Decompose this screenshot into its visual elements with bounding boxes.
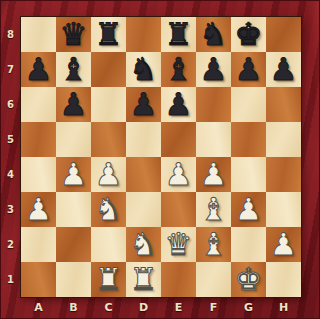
square-a1[interactable] [21, 262, 56, 297]
square-a7[interactable]: ♟ [21, 52, 56, 87]
square-d6[interactable]: ♟ [126, 87, 161, 122]
piece-white-pawn[interactable]: ♟ [231, 192, 266, 227]
square-c4[interactable]: ♟ [91, 157, 126, 192]
square-f8[interactable]: ♞ [196, 17, 231, 52]
square-h1[interactable] [266, 262, 301, 297]
square-a3[interactable]: ♟ [21, 192, 56, 227]
square-a2[interactable] [21, 227, 56, 262]
square-h8[interactable] [266, 17, 301, 52]
rank-label-5: 5 [0, 122, 21, 157]
file-label-a: A [21, 298, 56, 319]
square-c3[interactable]: ♞ [91, 192, 126, 227]
rank-labels: 87654321 [0, 17, 21, 297]
piece-black-bishop[interactable]: ♝ [161, 52, 196, 87]
chess-board[interactable]: ♛♜♜♞♚♟♝♞♝♟♟♟♟♟♟♟♟♟♟♟♞♝♟♞♛♝♟♜♜♚ [21, 17, 301, 297]
file-label-g: G [231, 298, 266, 319]
file-label-f: F [196, 298, 231, 319]
square-b5[interactable] [56, 122, 91, 157]
square-d8[interactable] [126, 17, 161, 52]
piece-black-king[interactable]: ♚ [231, 17, 266, 52]
square-e2[interactable]: ♛ [161, 227, 196, 262]
file-label-h: H [266, 298, 301, 319]
rank-label-2: 2 [0, 227, 21, 262]
square-b1[interactable] [56, 262, 91, 297]
square-e6[interactable]: ♟ [161, 87, 196, 122]
piece-black-rook[interactable]: ♜ [161, 17, 196, 52]
piece-white-queen[interactable]: ♛ [161, 227, 196, 262]
square-h7[interactable]: ♟ [266, 52, 301, 87]
square-e8[interactable]: ♜ [161, 17, 196, 52]
square-a5[interactable] [21, 122, 56, 157]
square-g7[interactable]: ♟ [231, 52, 266, 87]
square-b7[interactable]: ♝ [56, 52, 91, 87]
square-f3[interactable]: ♝ [196, 192, 231, 227]
square-e1[interactable] [161, 262, 196, 297]
square-g6[interactable] [231, 87, 266, 122]
rank-label-3: 3 [0, 192, 21, 227]
piece-white-pawn[interactable]: ♟ [161, 157, 196, 192]
square-c7[interactable] [91, 52, 126, 87]
piece-white-rook[interactable]: ♜ [126, 262, 161, 297]
square-h2[interactable]: ♟ [266, 227, 301, 262]
square-g8[interactable]: ♚ [231, 17, 266, 52]
square-b6[interactable]: ♟ [56, 87, 91, 122]
piece-black-pawn[interactable]: ♟ [196, 52, 231, 87]
square-g4[interactable] [231, 157, 266, 192]
square-h5[interactable] [266, 122, 301, 157]
square-f5[interactable] [196, 122, 231, 157]
square-e4[interactable]: ♟ [161, 157, 196, 192]
square-b2[interactable] [56, 227, 91, 262]
square-d2[interactable]: ♞ [126, 227, 161, 262]
piece-white-knight[interactable]: ♞ [126, 227, 161, 262]
piece-black-pawn[interactable]: ♟ [56, 87, 91, 122]
piece-white-pawn[interactable]: ♟ [21, 192, 56, 227]
square-a6[interactable] [21, 87, 56, 122]
square-a4[interactable] [21, 157, 56, 192]
square-e7[interactable]: ♝ [161, 52, 196, 87]
rank-label-1: 1 [0, 262, 21, 297]
piece-black-pawn[interactable]: ♟ [266, 52, 301, 87]
square-c6[interactable] [91, 87, 126, 122]
square-g2[interactable] [231, 227, 266, 262]
square-f7[interactable]: ♟ [196, 52, 231, 87]
piece-white-knight[interactable]: ♞ [91, 192, 126, 227]
piece-black-pawn[interactable]: ♟ [161, 87, 196, 122]
square-c1[interactable]: ♜ [91, 262, 126, 297]
piece-white-bishop[interactable]: ♝ [196, 192, 231, 227]
square-c2[interactable] [91, 227, 126, 262]
piece-black-pawn[interactable]: ♟ [21, 52, 56, 87]
square-b4[interactable]: ♟ [56, 157, 91, 192]
square-d4[interactable] [126, 157, 161, 192]
file-label-c: C [91, 298, 126, 319]
piece-black-queen[interactable]: ♛ [56, 17, 91, 52]
square-h4[interactable] [266, 157, 301, 192]
piece-black-knight[interactable]: ♞ [126, 52, 161, 87]
square-g5[interactable] [231, 122, 266, 157]
piece-black-bishop[interactable]: ♝ [56, 52, 91, 87]
piece-black-pawn[interactable]: ♟ [231, 52, 266, 87]
square-g1[interactable]: ♚ [231, 262, 266, 297]
square-b3[interactable] [56, 192, 91, 227]
piece-white-rook[interactable]: ♜ [91, 262, 126, 297]
square-h6[interactable] [266, 87, 301, 122]
square-a8[interactable] [21, 17, 56, 52]
piece-black-pawn[interactable]: ♟ [126, 87, 161, 122]
rank-label-7: 7 [0, 52, 21, 87]
square-f1[interactable] [196, 262, 231, 297]
chess-board-window: 87654321 ♛♜♜♞♚♟♝♞♝♟♟♟♟♟♟♟♟♟♟♟♞♝♟♞♛♝♟♜♜♚ … [0, 0, 320, 319]
piece-white-pawn[interactable]: ♟ [196, 157, 231, 192]
piece-black-rook[interactable]: ♜ [91, 17, 126, 52]
square-d3[interactable] [126, 192, 161, 227]
piece-white-pawn[interactable]: ♟ [56, 157, 91, 192]
square-d1[interactable]: ♜ [126, 262, 161, 297]
square-f6[interactable] [196, 87, 231, 122]
piece-white-bishop[interactable]: ♝ [196, 227, 231, 262]
square-f4[interactable]: ♟ [196, 157, 231, 192]
piece-white-king[interactable]: ♚ [231, 262, 266, 297]
square-c5[interactable] [91, 122, 126, 157]
piece-white-pawn[interactable]: ♟ [266, 227, 301, 262]
square-h3[interactable] [266, 192, 301, 227]
square-e3[interactable] [161, 192, 196, 227]
file-label-b: B [56, 298, 91, 319]
file-label-e: E [161, 298, 196, 319]
square-e5[interactable] [161, 122, 196, 157]
file-label-d: D [126, 298, 161, 319]
file-labels: ABCDEFGH [21, 298, 301, 319]
square-d5[interactable] [126, 122, 161, 157]
square-g3[interactable]: ♟ [231, 192, 266, 227]
square-d7[interactable]: ♞ [126, 52, 161, 87]
square-b8[interactable]: ♛ [56, 17, 91, 52]
square-f2[interactable]: ♝ [196, 227, 231, 262]
rank-label-6: 6 [0, 87, 21, 122]
rank-label-4: 4 [0, 157, 21, 192]
rank-label-8: 8 [0, 17, 21, 52]
square-c8[interactable]: ♜ [91, 17, 126, 52]
piece-white-pawn[interactable]: ♟ [91, 157, 126, 192]
piece-black-knight[interactable]: ♞ [196, 17, 231, 52]
